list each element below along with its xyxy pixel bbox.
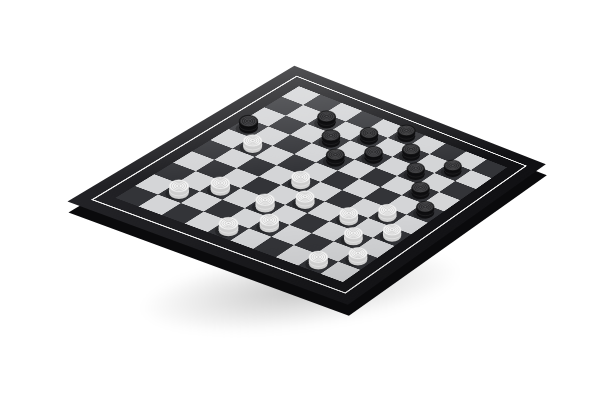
checkers-photo-scene	[0, 0, 600, 400]
